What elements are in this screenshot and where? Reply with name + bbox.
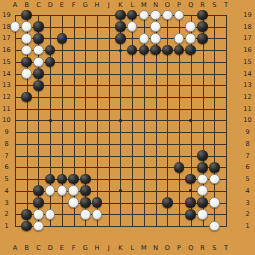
row-label-right-11: 11 <box>241 105 254 113</box>
row-label-right-14: 14 <box>241 70 254 78</box>
col-label-bottom-P: P <box>173 244 185 252</box>
row-label-left-1: 1 <box>0 222 13 230</box>
col-label-top-S: S <box>208 1 220 9</box>
black-stone-R7[interactable] <box>197 150 208 161</box>
black-stone-S6[interactable] <box>209 162 220 173</box>
row-label-right-8: 8 <box>241 140 254 148</box>
col-label-bottom-D: D <box>44 244 56 252</box>
black-stone-M16[interactable] <box>139 45 150 56</box>
row-label-right-19: 19 <box>241 11 254 19</box>
col-label-bottom-F: F <box>68 244 80 252</box>
col-label-top-C: C <box>32 1 44 9</box>
col-label-bottom-S: S <box>208 244 220 252</box>
black-stone-G3[interactable] <box>80 197 91 208</box>
col-label-top-A: A <box>9 1 21 9</box>
white-stone-Q17[interactable] <box>185 33 196 44</box>
row-label-right-3: 3 <box>241 199 254 207</box>
stones-layer <box>9 9 232 232</box>
black-stone-C14[interactable] <box>33 68 44 79</box>
col-label-bottom-C: C <box>32 244 44 252</box>
col-label-top-P: P <box>173 1 185 9</box>
col-label-top-H: H <box>91 1 103 9</box>
white-stone-P17[interactable] <box>174 33 185 44</box>
col-label-bottom-H: H <box>91 244 103 252</box>
row-label-right-16: 16 <box>241 46 254 54</box>
col-label-top-O: O <box>161 1 173 9</box>
black-stone-Q3[interactable] <box>185 197 196 208</box>
row-label-right-6: 6 <box>241 163 254 171</box>
black-stone-G4[interactable] <box>80 185 91 196</box>
row-label-left-17: 17 <box>0 34 13 42</box>
white-stone-M19[interactable] <box>139 10 150 21</box>
white-stone-N18[interactable] <box>150 21 161 32</box>
row-label-left-4: 4 <box>0 187 13 195</box>
white-stone-B16[interactable] <box>21 45 32 56</box>
black-stone-B19[interactable] <box>21 10 32 21</box>
black-stone-C13[interactable] <box>33 80 44 91</box>
white-stone-N19[interactable] <box>150 10 161 21</box>
black-stone-Q16[interactable] <box>185 45 196 56</box>
row-label-left-13: 13 <box>0 81 13 89</box>
black-stone-D5[interactable] <box>45 174 56 185</box>
black-stone-Q5[interactable] <box>185 174 196 185</box>
black-stone-Q2[interactable] <box>185 209 196 220</box>
white-stone-B17[interactable] <box>21 33 32 44</box>
white-stone-S3[interactable] <box>209 197 220 208</box>
white-stone-B18[interactable] <box>21 21 32 32</box>
white-stone-O19[interactable] <box>162 10 173 21</box>
black-stone-O3[interactable] <box>162 197 173 208</box>
row-label-left-7: 7 <box>0 152 13 160</box>
white-stone-L18[interactable] <box>127 21 138 32</box>
row-label-left-9: 9 <box>0 128 13 136</box>
black-stone-R6[interactable] <box>197 162 208 173</box>
black-stone-R17[interactable] <box>197 33 208 44</box>
black-stone-E5[interactable] <box>57 174 68 185</box>
row-label-right-7: 7 <box>241 152 254 160</box>
black-stone-R19[interactable] <box>197 10 208 21</box>
row-label-left-16: 16 <box>0 46 13 54</box>
col-label-bottom-G: G <box>79 244 91 252</box>
col-label-top-D: D <box>44 1 56 9</box>
row-label-right-10: 10 <box>241 116 254 124</box>
col-label-bottom-A: A <box>9 244 21 252</box>
col-label-bottom-L: L <box>126 244 138 252</box>
row-label-right-13: 13 <box>241 81 254 89</box>
row-label-left-12: 12 <box>0 93 13 101</box>
black-stone-D15[interactable] <box>45 57 56 68</box>
row-label-left-8: 8 <box>0 140 13 148</box>
row-label-right-9: 9 <box>241 128 254 136</box>
white-stone-H2[interactable] <box>92 209 103 220</box>
col-label-top-M: M <box>138 1 150 9</box>
black-stone-D16[interactable] <box>45 45 56 56</box>
col-label-bottom-J: J <box>103 244 115 252</box>
row-label-right-15: 15 <box>241 58 254 66</box>
row-label-left-6: 6 <box>0 163 13 171</box>
col-label-bottom-B: B <box>21 244 33 252</box>
col-label-bottom-E: E <box>56 244 68 252</box>
black-stone-H3[interactable] <box>92 197 103 208</box>
col-label-bottom-Q: Q <box>185 244 197 252</box>
white-stone-Q18[interactable] <box>185 21 196 32</box>
col-label-bottom-T: T <box>220 244 232 252</box>
black-stone-O16[interactable] <box>162 45 173 56</box>
col-label-bottom-O: O <box>161 244 173 252</box>
black-stone-G5[interactable] <box>80 174 91 185</box>
black-stone-C18[interactable] <box>33 21 44 32</box>
black-stone-E17[interactable] <box>57 33 68 44</box>
col-label-top-T: T <box>220 1 232 9</box>
col-label-top-L: L <box>126 1 138 9</box>
white-stone-R5[interactable] <box>197 174 208 185</box>
go-board[interactable]: AABBCCDDEEFFGGHHJJKKLLMMNNOOPPQQRRSSTT19… <box>0 0 255 255</box>
col-label-bottom-R: R <box>197 244 209 252</box>
white-stone-R2[interactable] <box>197 209 208 220</box>
row-label-right-4: 4 <box>241 187 254 195</box>
black-stone-L19[interactable] <box>127 10 138 21</box>
black-stone-L16[interactable] <box>127 45 138 56</box>
black-stone-K19[interactable] <box>115 10 126 21</box>
white-stone-B14[interactable] <box>21 68 32 79</box>
row-label-left-3: 3 <box>0 199 13 207</box>
col-label-top-R: R <box>197 1 209 9</box>
white-stone-D4[interactable] <box>45 185 56 196</box>
row-label-right-18: 18 <box>241 23 254 31</box>
col-label-top-N: N <box>150 1 162 9</box>
row-label-left-11: 11 <box>0 105 13 113</box>
row-label-left-2: 2 <box>0 210 13 218</box>
col-label-top-E: E <box>56 1 68 9</box>
col-label-top-J: J <box>103 1 115 9</box>
black-stone-F5[interactable] <box>68 174 79 185</box>
black-stone-P16[interactable] <box>174 45 185 56</box>
row-label-left-18: 18 <box>0 23 13 31</box>
black-stone-C17[interactable] <box>33 33 44 44</box>
black-stone-C4[interactable] <box>33 185 44 196</box>
white-stone-F3[interactable] <box>68 197 79 208</box>
black-stone-R18[interactable] <box>197 21 208 32</box>
row-label-left-19: 19 <box>0 11 13 19</box>
col-label-top-Q: Q <box>185 1 197 9</box>
white-stone-F4[interactable] <box>68 185 79 196</box>
black-stone-P6[interactable] <box>174 162 185 173</box>
white-stone-S1[interactable] <box>209 221 220 232</box>
row-label-left-14: 14 <box>0 70 13 78</box>
row-label-left-15: 15 <box>0 58 13 66</box>
row-label-left-5: 5 <box>0 175 13 183</box>
col-label-top-F: F <box>68 1 80 9</box>
col-label-top-B: B <box>21 1 33 9</box>
white-stone-D2[interactable] <box>45 209 56 220</box>
white-stone-C15[interactable] <box>33 57 44 68</box>
black-stone-K18[interactable] <box>115 21 126 32</box>
white-stone-P19[interactable] <box>174 10 185 21</box>
col-label-bottom-N: N <box>150 244 162 252</box>
black-stone-B1[interactable] <box>21 221 32 232</box>
black-stone-B12[interactable] <box>21 92 32 103</box>
col-label-top-K: K <box>114 1 126 9</box>
white-stone-S5[interactable] <box>209 174 220 185</box>
black-stone-B15[interactable] <box>21 57 32 68</box>
white-stone-C1[interactable] <box>33 221 44 232</box>
white-stone-E4[interactable] <box>57 185 68 196</box>
row-label-right-12: 12 <box>241 93 254 101</box>
white-stone-C16[interactable] <box>33 45 44 56</box>
white-stone-G2[interactable] <box>80 209 91 220</box>
col-label-bottom-M: M <box>138 244 150 252</box>
col-label-bottom-K: K <box>114 244 126 252</box>
black-stone-R3[interactable] <box>197 197 208 208</box>
black-stone-C3[interactable] <box>33 197 44 208</box>
row-label-right-2: 2 <box>241 210 254 218</box>
black-stone-N16[interactable] <box>150 45 161 56</box>
col-label-top-G: G <box>79 1 91 9</box>
white-stone-M17[interactable] <box>139 33 150 44</box>
black-stone-K17[interactable] <box>115 33 126 44</box>
black-stone-B2[interactable] <box>21 209 32 220</box>
white-stone-C2[interactable] <box>33 209 44 220</box>
white-stone-N17[interactable] <box>150 33 161 44</box>
white-stone-R4[interactable] <box>197 185 208 196</box>
row-label-right-1: 1 <box>241 222 254 230</box>
row-label-right-5: 5 <box>241 175 254 183</box>
row-label-right-17: 17 <box>241 34 254 42</box>
row-label-left-10: 10 <box>0 116 13 124</box>
